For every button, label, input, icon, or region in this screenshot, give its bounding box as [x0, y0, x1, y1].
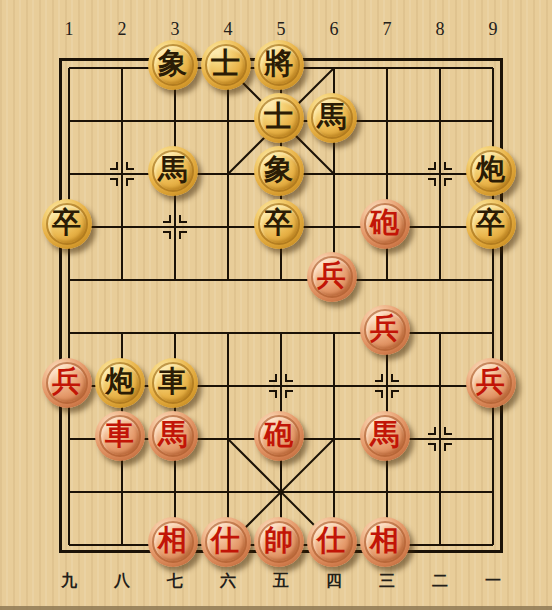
piece-red-general[interactable]: 帥 [254, 517, 304, 567]
piece-glyph: 相 [370, 526, 399, 555]
piece-black-soldier[interactable]: 卒 [42, 199, 92, 249]
piece-glyph: 帥 [264, 526, 293, 555]
piece-black-soldier[interactable]: 卒 [466, 199, 516, 249]
piece-glyph: 相 [158, 526, 187, 555]
point-marker [427, 426, 453, 452]
point-marker [162, 214, 188, 240]
piece-glyph: 士 [264, 102, 293, 131]
file-label-bottom-5: 五 [273, 573, 289, 589]
file-label-top-4: 4 [224, 20, 233, 38]
file-label-bottom-7: 三 [379, 573, 395, 589]
piece-red-soldier[interactable]: 兵 [42, 358, 92, 408]
piece-glyph: 砲 [264, 420, 293, 449]
file-label-bottom-8: 二 [432, 573, 448, 589]
piece-glyph: 馬 [317, 102, 346, 131]
piece-black-soldier[interactable]: 卒 [254, 199, 304, 249]
piece-red-soldier[interactable]: 兵 [466, 358, 516, 408]
piece-glyph: 卒 [264, 208, 293, 237]
piece-red-cannon[interactable]: 砲 [254, 411, 304, 461]
piece-black-cannon[interactable]: 炮 [95, 358, 145, 408]
piece-glyph: 炮 [105, 367, 134, 396]
piece-glyph: 兵 [52, 367, 81, 396]
file-label-top-3: 3 [171, 20, 180, 38]
piece-glyph: 仕 [317, 526, 346, 555]
piece-glyph: 馬 [158, 155, 187, 184]
file-label-top-5: 5 [277, 20, 286, 38]
piece-red-horse[interactable]: 馬 [148, 411, 198, 461]
piece-red-elephant[interactable]: 相 [360, 517, 410, 567]
file-label-top-7: 7 [383, 20, 392, 38]
piece-glyph: 象 [158, 49, 187, 78]
piece-black-horse[interactable]: 馬 [148, 146, 198, 196]
piece-glyph: 將 [264, 49, 293, 78]
file-label-top-9: 9 [489, 20, 498, 38]
piece-black-general[interactable]: 將 [254, 40, 304, 90]
piece-glyph: 仕 [211, 526, 240, 555]
point-marker [109, 161, 135, 187]
piece-red-cannon[interactable]: 砲 [360, 199, 410, 249]
piece-red-advisor[interactable]: 仕 [307, 517, 357, 567]
point-marker [268, 373, 294, 399]
file-label-top-8: 8 [436, 20, 445, 38]
window-bottom-edge [0, 606, 552, 610]
file-label-bottom-4: 六 [220, 573, 236, 589]
xiangqi-board-app: 123456789 九八七六五四三二一 象士將士馬馬象炮卒卒砲卒兵兵兵炮車兵車馬… [0, 0, 552, 610]
file-label-bottom-6: 四 [326, 573, 342, 589]
file-label-bottom-1: 九 [61, 573, 77, 589]
piece-glyph: 砲 [370, 208, 399, 237]
piece-black-cannon[interactable]: 炮 [466, 146, 516, 196]
piece-glyph: 炮 [476, 155, 505, 184]
piece-black-advisor[interactable]: 士 [254, 93, 304, 143]
file-label-top-2: 2 [118, 20, 127, 38]
piece-black-elephant[interactable]: 象 [254, 146, 304, 196]
piece-glyph: 兵 [370, 314, 399, 343]
piece-red-elephant[interactable]: 相 [148, 517, 198, 567]
piece-glyph: 士 [211, 49, 240, 78]
file-label-bottom-9: 一 [485, 573, 501, 589]
piece-red-soldier[interactable]: 兵 [360, 305, 410, 355]
piece-red-advisor[interactable]: 仕 [201, 517, 251, 567]
piece-glyph: 兵 [476, 367, 505, 396]
piece-black-advisor[interactable]: 士 [201, 40, 251, 90]
board-grid: 象士將士馬馬象炮卒卒砲卒兵兵兵炮車兵車馬砲馬相仕帥仕相 [42, 41, 519, 571]
piece-glyph: 馬 [158, 420, 187, 449]
piece-glyph: 車 [105, 420, 134, 449]
piece-glyph: 象 [264, 155, 293, 184]
piece-glyph: 卒 [52, 208, 81, 237]
piece-glyph: 馬 [370, 420, 399, 449]
piece-red-horse[interactable]: 馬 [360, 411, 410, 461]
piece-glyph: 兵 [317, 261, 346, 290]
piece-red-soldier[interactable]: 兵 [307, 252, 357, 302]
piece-red-chariot[interactable]: 車 [95, 411, 145, 461]
point-marker [427, 161, 453, 187]
file-label-top-6: 6 [330, 20, 339, 38]
file-label-bottom-2: 八 [114, 573, 130, 589]
piece-black-elephant[interactable]: 象 [148, 40, 198, 90]
file-label-bottom-3: 七 [167, 573, 183, 589]
piece-black-chariot[interactable]: 車 [148, 358, 198, 408]
piece-black-horse[interactable]: 馬 [307, 93, 357, 143]
piece-glyph: 卒 [476, 208, 505, 237]
piece-glyph: 車 [158, 367, 187, 396]
point-marker [374, 373, 400, 399]
file-label-top-1: 1 [65, 20, 74, 38]
